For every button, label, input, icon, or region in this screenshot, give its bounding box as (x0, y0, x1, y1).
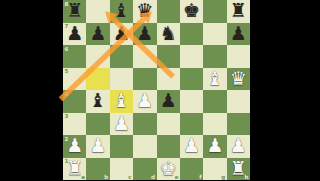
square-f8[interactable]: ♚ (180, 0, 203, 23)
square-d7[interactable]: ♟ (133, 23, 156, 46)
black-rook[interactable]: ♜ (66, 1, 83, 20)
square-d5[interactable] (133, 68, 156, 91)
rank-label-7: 7 (65, 23, 69, 29)
square-g6[interactable] (203, 45, 226, 68)
square-h3[interactable] (227, 113, 250, 136)
square-f7[interactable] (180, 23, 203, 46)
black-pawn[interactable]: ♟ (90, 24, 107, 43)
square-g3[interactable] (203, 113, 226, 136)
square-d6[interactable] (133, 45, 156, 68)
rank-label-2: 2 (65, 136, 69, 142)
square-g8[interactable] (203, 0, 226, 23)
chess-board: 8♜♝♛♚♜7♟♟♟♟♞♟65♝♛4♝♝♟♟3♟2♟♟♟♟♟1a♜bcde♚fg… (63, 0, 250, 180)
square-c5[interactable] (110, 68, 133, 91)
square-c7[interactable]: ♟ (110, 23, 133, 46)
square-a2[interactable]: 2♟ (63, 135, 86, 158)
square-f4[interactable] (180, 90, 203, 113)
square-f2[interactable]: ♟ (180, 135, 203, 158)
square-b5[interactable] (86, 68, 109, 91)
square-b4[interactable]: ♝ (86, 90, 109, 113)
black-pawn[interactable]: ♟ (160, 91, 177, 110)
file-label-f: f (199, 174, 201, 180)
square-g1[interactable]: g (203, 158, 226, 181)
square-c6[interactable] (110, 45, 133, 68)
square-c1[interactable]: c (110, 158, 133, 181)
white-pawn[interactable]: ♟ (66, 136, 83, 155)
square-c8[interactable]: ♝ (110, 0, 133, 23)
black-rook[interactable]: ♜ (230, 1, 247, 20)
square-e6[interactable] (157, 45, 180, 68)
rank-label-5: 5 (65, 68, 69, 74)
square-g5[interactable]: ♝ (203, 68, 226, 91)
black-pawn[interactable]: ♟ (113, 24, 130, 43)
file-label-b: b (104, 174, 108, 180)
white-pawn[interactable]: ♟ (90, 136, 107, 155)
square-h2[interactable]: ♟ (227, 135, 250, 158)
rank-label-3: 3 (65, 113, 69, 119)
square-e5[interactable] (157, 68, 180, 91)
black-bishop[interactable]: ♝ (113, 1, 130, 20)
rank-label-8: 8 (65, 1, 69, 7)
square-d8[interactable]: ♛ (133, 0, 156, 23)
square-e3[interactable] (157, 113, 180, 136)
square-a8[interactable]: 8♜ (63, 0, 86, 23)
black-pawn[interactable]: ♟ (230, 24, 247, 43)
square-a6[interactable]: 6 (63, 45, 86, 68)
video-frame: 8♜♝♛♚♜7♟♟♟♟♞♟65♝♛4♝♝♟♟3♟2♟♟♟♟♟1a♜bcde♚fg… (0, 0, 320, 180)
square-d2[interactable] (133, 135, 156, 158)
white-pawn[interactable]: ♟ (113, 114, 130, 133)
black-knight[interactable]: ♞ (160, 24, 177, 43)
square-b6[interactable] (86, 45, 109, 68)
square-e8[interactable] (157, 0, 180, 23)
square-c4[interactable]: ♝ (110, 90, 133, 113)
black-queen[interactable]: ♛ (136, 1, 153, 20)
white-queen[interactable]: ♛ (230, 69, 247, 88)
square-c2[interactable] (110, 135, 133, 158)
white-pawn[interactable]: ♟ (183, 136, 200, 155)
square-h1[interactable]: h♜ (227, 158, 250, 181)
square-h8[interactable]: ♜ (227, 0, 250, 23)
square-b3[interactable] (86, 113, 109, 136)
square-f3[interactable] (180, 113, 203, 136)
square-f6[interactable] (180, 45, 203, 68)
file-label-e: e (175, 174, 179, 180)
square-e2[interactable] (157, 135, 180, 158)
square-f5[interactable] (180, 68, 203, 91)
square-c3[interactable]: ♟ (110, 113, 133, 136)
square-b8[interactable] (86, 0, 109, 23)
white-bishop[interactable]: ♝ (206, 69, 223, 88)
square-h4[interactable] (227, 90, 250, 113)
square-b1[interactable]: b (86, 158, 109, 181)
white-pawn[interactable]: ♟ (230, 136, 247, 155)
file-label-a: a (81, 174, 85, 180)
square-e7[interactable]: ♞ (157, 23, 180, 46)
square-b2[interactable]: ♟ (86, 135, 109, 158)
file-label-g: g (221, 174, 225, 180)
square-g2[interactable]: ♟ (203, 135, 226, 158)
black-king[interactable]: ♚ (183, 1, 200, 20)
square-e1[interactable]: e♚ (157, 158, 180, 181)
square-b7[interactable]: ♟ (86, 23, 109, 46)
square-g4[interactable] (203, 90, 226, 113)
white-pawn[interactable]: ♟ (206, 136, 223, 155)
square-e4[interactable]: ♟ (157, 90, 180, 113)
black-pawn[interactable]: ♟ (66, 24, 83, 43)
rank-label-4: 4 (65, 91, 69, 97)
square-h7[interactable]: ♟ (227, 23, 250, 46)
file-label-d: d (151, 174, 155, 180)
square-f1[interactable]: f (180, 158, 203, 181)
square-h5[interactable]: ♛ (227, 68, 250, 91)
square-d4[interactable]: ♟ (133, 90, 156, 113)
square-d1[interactable]: d (133, 158, 156, 181)
file-label-c: c (128, 174, 131, 180)
white-pawn[interactable]: ♟ (136, 91, 153, 110)
square-d3[interactable] (133, 113, 156, 136)
square-a5[interactable]: 5 (63, 68, 86, 91)
square-a7[interactable]: 7♟ (63, 23, 86, 46)
square-a4[interactable]: 4 (63, 90, 86, 113)
file-label-h: h (245, 174, 249, 180)
square-a3[interactable]: 3 (63, 113, 86, 136)
white-bishop[interactable]: ♝ (113, 91, 130, 110)
square-a1[interactable]: 1a♜ (63, 158, 86, 181)
rank-label-6: 6 (65, 46, 69, 52)
black-bishop[interactable]: ♝ (90, 91, 107, 110)
black-pawn[interactable]: ♟ (136, 24, 153, 43)
square-h6[interactable] (227, 45, 250, 68)
square-g7[interactable] (203, 23, 226, 46)
rank-label-1: 1 (65, 158, 69, 164)
